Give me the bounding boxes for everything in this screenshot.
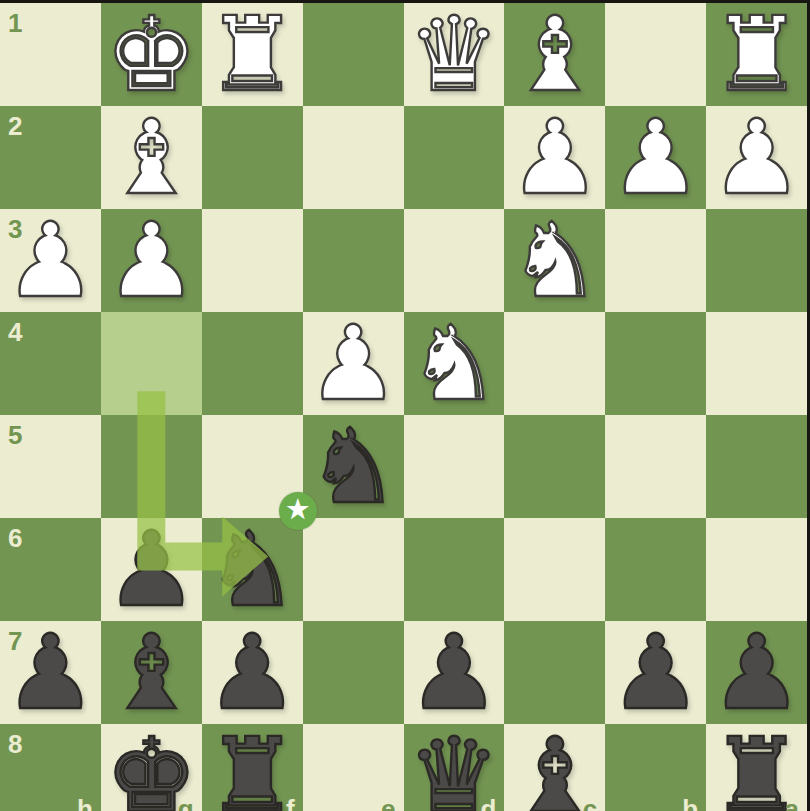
square-a1[interactable]: ♜ — [706, 3, 807, 106]
square-d2[interactable] — [404, 106, 505, 209]
square-c3[interactable]: ♞ — [504, 209, 605, 312]
square-g4[interactable] — [101, 312, 202, 415]
square-h6[interactable]: 6 — [0, 518, 101, 621]
rank-label-1: 1 — [8, 10, 22, 36]
piece-black-pawn-a7[interactable]: ♟ — [710, 621, 802, 724]
square-a3[interactable] — [706, 209, 807, 312]
file-label-a: a — [785, 796, 799, 811]
square-h4[interactable]: 4 — [0, 312, 101, 415]
file-label-b: b — [682, 796, 698, 811]
square-h2[interactable]: 2 — [0, 106, 101, 209]
piece-white-bishop-g2[interactable]: ♝ — [105, 106, 197, 209]
square-c5[interactable] — [504, 415, 605, 518]
file-label-f: f — [286, 796, 295, 811]
square-e3[interactable] — [303, 209, 404, 312]
square-e4[interactable]: ♟ — [303, 312, 404, 415]
rank-label-8: 8 — [8, 731, 22, 757]
piece-white-pawn-e4[interactable]: ♟ — [307, 312, 399, 415]
rank-label-7: 7 — [8, 628, 22, 654]
piece-white-pawn-c2[interactable]: ♟ — [509, 106, 601, 209]
square-c2[interactable]: ♟ — [504, 106, 605, 209]
file-label-h: h — [77, 796, 93, 811]
square-c7[interactable] — [504, 621, 605, 724]
rank-label-4: 4 — [8, 319, 22, 345]
piece-white-knight-d4[interactable]: ♞ — [408, 312, 500, 415]
piece-black-pawn-d7[interactable]: ♟ — [408, 621, 500, 724]
square-d6[interactable] — [404, 518, 505, 621]
square-e1[interactable] — [303, 3, 404, 106]
piece-black-pawn-g6[interactable]: ♟ — [105, 518, 197, 621]
chess-board: 1♚♜♛♝♜2♝♟♟♟♟3♟♞4♟♞5♞6♟♞♟7♝♟♟♟♟8h♚g♜fe♛d♝… — [0, 3, 807, 808]
square-e2[interactable] — [303, 106, 404, 209]
square-b6[interactable] — [605, 518, 706, 621]
screenshot-root: { "game": { "name": "chess", "orientatio… — [0, 0, 810, 811]
square-d3[interactable] — [404, 209, 505, 312]
square-d7[interactable]: ♟ — [404, 621, 505, 724]
square-g2[interactable]: ♝ — [101, 106, 202, 209]
square-f4[interactable] — [202, 312, 303, 415]
square-a8[interactable]: ♜a — [706, 724, 807, 811]
piece-white-pawn-a2[interactable]: ♟ — [710, 106, 802, 209]
file-label-g: g — [178, 796, 194, 811]
piece-white-king-g1[interactable]: ♚ — [105, 3, 197, 106]
square-f3[interactable] — [202, 209, 303, 312]
square-a4[interactable] — [706, 312, 807, 415]
square-a7[interactable]: ♟ — [706, 621, 807, 724]
board-frame: 1♚♜♛♝♜2♝♟♟♟♟3♟♞4♟♞5♞6♟♞♟7♝♟♟♟♟8h♚g♜fe♛d♝… — [0, 3, 807, 808]
square-g7[interactable]: ♝ — [101, 621, 202, 724]
best-move-badge: ★ — [279, 492, 317, 530]
file-label-e: e — [381, 796, 395, 811]
square-g8[interactable]: ♚g — [101, 724, 202, 811]
square-g1[interactable]: ♚ — [101, 3, 202, 106]
square-c1[interactable]: ♝ — [504, 3, 605, 106]
square-b7[interactable]: ♟ — [605, 621, 706, 724]
star-icon: ★ — [285, 495, 311, 524]
square-f8[interactable]: ♜f — [202, 724, 303, 811]
square-h3[interactable]: ♟3 — [0, 209, 101, 312]
square-g5[interactable] — [101, 415, 202, 518]
file-label-c: c — [583, 796, 597, 811]
square-f6[interactable]: ♞ — [202, 518, 303, 621]
square-e6[interactable] — [303, 518, 404, 621]
piece-white-queen-d1[interactable]: ♛ — [408, 3, 500, 106]
square-c4[interactable] — [504, 312, 605, 415]
square-d5[interactable] — [404, 415, 505, 518]
square-a6[interactable] — [706, 518, 807, 621]
piece-white-rook-a1[interactable]: ♜ — [710, 3, 802, 106]
file-label-d: d — [480, 796, 496, 811]
square-f1[interactable]: ♜ — [202, 3, 303, 106]
square-c8[interactable]: ♝c — [504, 724, 605, 811]
square-c6[interactable] — [504, 518, 605, 621]
rank-label-2: 2 — [8, 113, 22, 139]
square-d8[interactable]: ♛d — [404, 724, 505, 811]
piece-black-knight-f6[interactable]: ♞ — [206, 518, 298, 621]
piece-black-pawn-f7[interactable]: ♟ — [206, 621, 298, 724]
piece-white-rook-f1[interactable]: ♜ — [206, 3, 298, 106]
square-e8[interactable]: e — [303, 724, 404, 811]
square-f7[interactable]: ♟ — [202, 621, 303, 724]
piece-black-rook-f8[interactable]: ♜ — [206, 724, 298, 811]
square-e7[interactable] — [303, 621, 404, 724]
piece-white-knight-c3[interactable]: ♞ — [509, 209, 601, 312]
piece-black-pawn-b7[interactable]: ♟ — [610, 621, 702, 724]
piece-black-bishop-g7[interactable]: ♝ — [105, 621, 197, 724]
square-b8[interactable]: b — [605, 724, 706, 811]
piece-white-pawn-b2[interactable]: ♟ — [610, 106, 702, 209]
square-b1[interactable] — [605, 3, 706, 106]
square-h1[interactable]: 1 — [0, 3, 101, 106]
square-h7[interactable]: ♟7 — [0, 621, 101, 724]
square-d1[interactable]: ♛ — [404, 3, 505, 106]
square-a5[interactable] — [706, 415, 807, 518]
square-g6[interactable]: ♟ — [101, 518, 202, 621]
piece-white-bishop-c1[interactable]: ♝ — [509, 3, 601, 106]
square-h5[interactable]: 5 — [0, 415, 101, 518]
square-h8[interactable]: 8h — [0, 724, 101, 811]
square-g3[interactable]: ♟ — [101, 209, 202, 312]
square-b4[interactable] — [605, 312, 706, 415]
square-d4[interactable]: ♞ — [404, 312, 505, 415]
rank-label-3: 3 — [8, 216, 22, 242]
piece-white-pawn-g3[interactable]: ♟ — [105, 209, 197, 312]
rank-label-5: 5 — [8, 422, 22, 448]
square-b2[interactable]: ♟ — [605, 106, 706, 209]
square-f2[interactable] — [202, 106, 303, 209]
rank-label-6: 6 — [8, 525, 22, 551]
square-b3[interactable] — [605, 209, 706, 312]
piece-black-knight-e5[interactable]: ♞ — [307, 415, 399, 518]
square-a2[interactable]: ♟ — [706, 106, 807, 209]
square-e5[interactable]: ♞ — [303, 415, 404, 518]
square-b5[interactable] — [605, 415, 706, 518]
